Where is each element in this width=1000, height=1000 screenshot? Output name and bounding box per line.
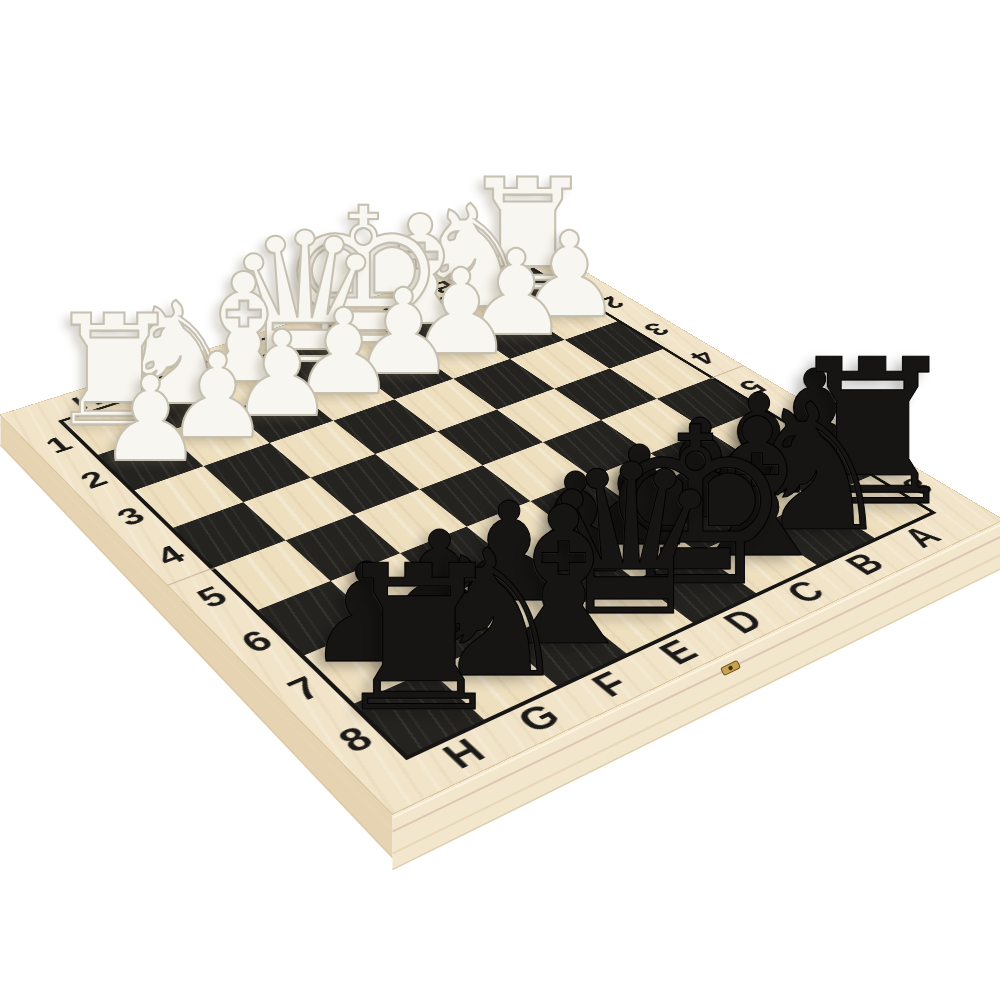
chess-photo-scene: 1122334455667788HHGGFFEEDDCCBBAA ♜♞♝♚♛♝♞… (0, 0, 1000, 1000)
white-pawn-h2[interactable]: ♟ (98, 359, 204, 477)
rank-label-left-3: 3 (112, 504, 151, 530)
rank-label-left-6: 6 (235, 626, 279, 658)
rank-label-right-3: 3 (637, 320, 674, 339)
rank-label-left-4: 4 (150, 542, 191, 570)
black-rook-h8[interactable]: ♜ (329, 539, 509, 740)
rank-label-left-5: 5 (191, 583, 233, 613)
